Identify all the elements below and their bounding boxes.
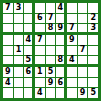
cell-r5c2[interactable]: 1 [14, 46, 24, 56]
cell-r5c1[interactable] [3, 46, 13, 56]
cell-r7c8[interactable] [78, 67, 88, 77]
cell-r5c7[interactable] [67, 46, 77, 56]
cell-r2c3[interactable] [24, 14, 34, 24]
cell-r2c6[interactable] [56, 14, 66, 24]
cell-r6c5[interactable] [46, 56, 56, 66]
cell-r9c9[interactable]: 5 [88, 88, 98, 98]
cell-r2c5[interactable]: 7 [46, 14, 56, 24]
cell-r4c5[interactable] [46, 35, 56, 45]
cell-r8c4[interactable] [35, 78, 45, 88]
cell-r3c2[interactable] [14, 24, 24, 34]
cell-r3c4[interactable] [35, 24, 45, 34]
cell-r4c1[interactable] [3, 35, 13, 45]
cell-r7c6[interactable] [56, 67, 66, 77]
sudoku-grid: 7346728973479175849615496495 [3, 3, 98, 98]
cell-r1c9[interactable] [88, 3, 98, 13]
cell-r9c8[interactable]: 9 [78, 88, 88, 98]
cell-r8c6[interactable]: 6 [56, 78, 66, 88]
cell-r6c6[interactable]: 8 [56, 56, 66, 66]
cell-r5c5[interactable] [46, 46, 56, 56]
cell-r2c1[interactable] [3, 14, 13, 24]
cell-r3c8[interactable] [78, 24, 88, 34]
cell-r8c7[interactable] [67, 78, 77, 88]
cell-r4c4[interactable]: 7 [35, 35, 45, 45]
cell-r5c3[interactable] [24, 46, 34, 56]
cell-r6c7[interactable]: 4 [67, 56, 77, 66]
cell-r6c9[interactable] [88, 56, 98, 66]
sudoku-board: 7346728973479175849615496495 [0, 0, 101, 101]
cell-r7c5[interactable]: 5 [46, 67, 56, 77]
cell-r9c2[interactable] [14, 88, 24, 98]
cell-r6c1[interactable] [3, 56, 13, 66]
cell-r7c4[interactable]: 1 [35, 67, 45, 77]
cell-r9c7[interactable] [67, 88, 77, 98]
cell-r7c9[interactable] [88, 67, 98, 77]
cell-r7c1[interactable]: 9 [3, 67, 13, 77]
cell-r1c6[interactable]: 4 [56, 3, 66, 13]
cell-r1c5[interactable] [46, 3, 56, 13]
cell-r8c5[interactable]: 9 [46, 78, 56, 88]
cell-r8c8[interactable] [78, 78, 88, 88]
cell-r4c8[interactable] [78, 35, 88, 45]
cell-r1c3[interactable] [24, 3, 34, 13]
cell-r3c3[interactable] [24, 24, 34, 34]
cell-r3c5[interactable]: 8 [46, 24, 56, 34]
cell-r5c9[interactable] [88, 46, 98, 56]
cell-r2c9[interactable]: 2 [88, 14, 98, 24]
cell-r8c3[interactable] [24, 78, 34, 88]
cell-r8c9[interactable] [88, 78, 98, 88]
cell-r9c3[interactable] [24, 88, 34, 98]
cell-r6c4[interactable] [35, 56, 45, 66]
cell-r3c7[interactable]: 7 [67, 24, 77, 34]
cell-r3c1[interactable] [3, 24, 13, 34]
cell-r9c1[interactable] [3, 88, 13, 98]
cell-r9c6[interactable] [56, 88, 66, 98]
cell-r7c3[interactable]: 6 [24, 67, 34, 77]
cell-r4c7[interactable]: 9 [67, 35, 77, 45]
cell-r1c2[interactable]: 3 [14, 3, 24, 13]
cell-r2c7[interactable] [67, 14, 77, 24]
cell-r5c6[interactable] [56, 46, 66, 56]
cell-r6c2[interactable] [14, 56, 24, 66]
cell-r5c8[interactable]: 7 [78, 46, 88, 56]
cell-r3c9[interactable]: 3 [88, 24, 98, 34]
cell-r2c8[interactable] [78, 14, 88, 24]
cell-r5c4[interactable] [35, 46, 45, 56]
cell-r4c3[interactable]: 4 [24, 35, 34, 45]
cell-r1c1[interactable]: 7 [3, 3, 13, 13]
cell-r4c2[interactable] [14, 35, 24, 45]
cell-r8c2[interactable] [14, 78, 24, 88]
cell-r8c1[interactable]: 4 [3, 78, 13, 88]
cell-r4c6[interactable] [56, 35, 66, 45]
cell-r2c2[interactable] [14, 14, 24, 24]
cell-r2c4[interactable]: 6 [35, 14, 45, 24]
cell-r4c9[interactable] [88, 35, 98, 45]
cell-r6c3[interactable]: 5 [24, 56, 34, 66]
cell-r6c8[interactable] [78, 56, 88, 66]
cell-r1c7[interactable] [67, 3, 77, 13]
cell-r9c4[interactable]: 4 [35, 88, 45, 98]
cell-r9c5[interactable] [46, 88, 56, 98]
cell-r1c8[interactable] [78, 3, 88, 13]
cell-r3c6[interactable]: 9 [56, 24, 66, 34]
cell-r1c4[interactable] [35, 3, 45, 13]
cell-r7c2[interactable] [14, 67, 24, 77]
cell-r7c7[interactable] [67, 67, 77, 77]
